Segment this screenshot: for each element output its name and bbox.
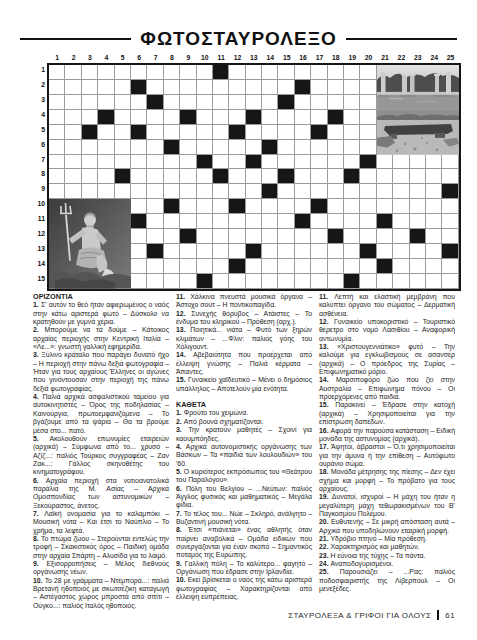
cell-r12-c7[interactable] [147, 229, 163, 244]
cell-r7-c18[interactable] [328, 155, 344, 170]
cell-r9-c8[interactable] [164, 184, 180, 199]
cell-r2-c11[interactable] [213, 80, 229, 95]
cell-r4-c8[interactable] [164, 110, 180, 125]
cell-r10-c9[interactable] [180, 199, 196, 214]
cell-r9-c22[interactable] [393, 184, 409, 199]
cell-r6-c4[interactable] [98, 140, 114, 155]
cell-r13-c22[interactable] [393, 244, 409, 259]
cell-r2-c17[interactable] [311, 80, 327, 95]
cell-r5-c4[interactable] [98, 125, 114, 140]
cell-r4-c17[interactable] [311, 110, 327, 125]
cell-r3-c14[interactable] [262, 95, 278, 110]
cell-r8-c16[interactable] [295, 169, 311, 184]
cell-r14-c9[interactable] [180, 259, 196, 274]
clue-text: Την κρατούν μαθητές – Σχοινί για καουμπό… [176, 426, 312, 441]
cell-r12-c21[interactable] [377, 229, 393, 244]
cell-r7-c22[interactable] [393, 155, 409, 170]
cell-r8-c20[interactable] [360, 169, 376, 184]
cell-r1-c10[interactable] [197, 65, 213, 80]
cell-r14-c7[interactable] [147, 259, 163, 274]
cell-r7-c14[interactable] [262, 155, 278, 170]
cell-r15-c8[interactable] [164, 274, 180, 289]
cell-r1-c6[interactable] [131, 65, 147, 80]
cell-r15-c17[interactable] [311, 274, 327, 289]
cell-r7-c23[interactable] [410, 155, 426, 170]
cell-r1-c5[interactable] [115, 65, 131, 80]
cell-r10-c24[interactable] [426, 199, 442, 214]
cell-r14-c23[interactable] [410, 259, 426, 274]
cell-r6-c3[interactable] [82, 140, 98, 155]
cell-r7-c21[interactable] [377, 155, 393, 170]
cell-r13-c15[interactable] [278, 244, 294, 259]
cell-r2-c8[interactable] [164, 80, 180, 95]
cell-r6-c2[interactable] [65, 140, 81, 155]
clue-text: Μονάδα μέτρησης της πίεσης – Δεν έχει σχ… [319, 468, 455, 492]
clue: 9. Εξισορροπήσεις – Μέλος διεθνούς οργάν… [33, 560, 169, 577]
cell-r3-c13[interactable] [246, 95, 262, 110]
cell-r15-c24[interactable] [426, 274, 442, 289]
cell-r11-c13[interactable] [246, 214, 262, 229]
cell-r2-c9[interactable] [180, 80, 196, 95]
cell-r8-c4[interactable] [98, 169, 114, 184]
cell-r2-c18[interactable] [328, 80, 344, 95]
clue-number: 21. [319, 535, 331, 542]
cell-r10-c21[interactable] [377, 199, 393, 214]
cell-r13-c11[interactable] [213, 244, 229, 259]
cell-r14-c11[interactable] [213, 259, 229, 274]
cell-r13-c16[interactable] [295, 244, 311, 259]
cell-r5-c20[interactable] [360, 125, 376, 140]
cell-r5-c16[interactable] [295, 125, 311, 140]
cell-r2-c3[interactable] [82, 80, 98, 95]
cell-r8-c2[interactable] [65, 169, 81, 184]
cell-r6-c16[interactable] [295, 140, 311, 155]
cell-r7-c1[interactable] [49, 155, 65, 170]
cell-r11-c8[interactable] [164, 214, 180, 229]
crossword-grid[interactable] [47, 63, 461, 291]
cell-r9-c20[interactable] [360, 184, 376, 199]
clue-number: 1. [33, 301, 41, 308]
cell-r10-c20[interactable] [360, 199, 376, 214]
cell-r9-c7[interactable] [147, 184, 163, 199]
cell-r1-c9[interactable] [180, 65, 196, 80]
cell-r14-c22[interactable] [393, 259, 409, 274]
cell-r6-c15[interactable] [278, 140, 294, 155]
cell-r3-c5[interactable] [115, 95, 131, 110]
cell-r11-c11[interactable] [213, 214, 229, 229]
cell-r2-c14[interactable] [262, 80, 278, 95]
cell-r2-c20[interactable] [360, 80, 376, 95]
cell-r12-c19[interactable] [344, 229, 360, 244]
cell-r1-c4[interactable] [98, 65, 114, 80]
cell-r7-c24[interactable] [426, 155, 442, 170]
cell-r1-c1[interactable] [49, 65, 65, 80]
cell-r15-c21[interactable] [377, 274, 393, 289]
cell-r4-c11[interactable] [213, 110, 229, 125]
cell-r13-c8[interactable] [164, 244, 180, 259]
cell-r12-c13[interactable] [246, 229, 262, 244]
cell-r15-c9[interactable] [180, 274, 196, 289]
cell-r12-c24[interactable] [426, 229, 442, 244]
cell-r2-c2[interactable] [65, 80, 81, 95]
cell-r1-c12[interactable] [229, 65, 245, 80]
cell-r6-c13[interactable] [246, 140, 262, 155]
cell-r15-c18[interactable] [328, 274, 344, 289]
cell-r9-c16[interactable] [295, 184, 311, 199]
cell-r12-c15[interactable] [278, 229, 294, 244]
cell-r13-c12[interactable] [229, 244, 245, 259]
cell-r9-c25 [442, 184, 458, 199]
cell-r10-c14[interactable] [262, 199, 278, 214]
cell-r7-c3[interactable] [82, 155, 98, 170]
cell-r11-c7[interactable] [147, 214, 163, 229]
cell-r9-c5[interactable] [115, 184, 131, 199]
cell-r14-c20[interactable] [360, 259, 376, 274]
cell-r4-c1[interactable] [49, 110, 65, 125]
cell-r3-c16[interactable] [295, 95, 311, 110]
cell-r13-c14[interactable] [262, 244, 278, 259]
cell-r4-c19[interactable] [344, 110, 360, 125]
cell-r3-c3[interactable] [82, 95, 98, 110]
cell-r8-c21[interactable] [377, 169, 393, 184]
cell-r5-c2[interactable] [65, 125, 81, 140]
cell-r15-c14[interactable] [262, 274, 278, 289]
cell-r15-c11[interactable] [213, 274, 229, 289]
cell-r12-c10[interactable] [197, 229, 213, 244]
cell-r3-c2[interactable] [65, 95, 81, 110]
cell-r7-c19[interactable] [344, 155, 360, 170]
cell-r7-c12[interactable] [229, 155, 245, 170]
cell-r6-c14 [262, 140, 278, 155]
cell-r12-c17[interactable] [311, 229, 327, 244]
cell-r9-c15[interactable] [278, 184, 294, 199]
cell-r9-c10[interactable] [197, 184, 213, 199]
cell-r11-c20[interactable] [360, 214, 376, 229]
cell-r13-c13 [246, 244, 262, 259]
cell-r9-c4[interactable] [98, 184, 114, 199]
cell-r5-c7[interactable] [147, 125, 163, 140]
cell-r2-c13[interactable] [246, 80, 262, 95]
cell-r6-c1[interactable] [49, 140, 65, 155]
cell-r14-c24[interactable] [426, 259, 442, 274]
cell-r6-c12[interactable] [229, 140, 245, 155]
cell-r9-c9[interactable] [180, 184, 196, 199]
cell-r7-c6[interactable] [131, 155, 147, 170]
cell-r15-c16[interactable] [295, 274, 311, 289]
cell-r1-c17[interactable] [311, 65, 327, 80]
cell-r3-c18[interactable] [328, 95, 344, 110]
cell-r2-c4[interactable] [98, 80, 114, 95]
cell-r4-c20[interactable] [360, 110, 376, 125]
cell-r6-c20[interactable] [360, 140, 376, 155]
cell-r4-c5[interactable] [115, 110, 131, 125]
cell-r10-c19[interactable] [344, 199, 360, 214]
cell-r11-c24[interactable] [426, 214, 442, 229]
cell-r5-c18[interactable] [328, 125, 344, 140]
cell-r8-c3[interactable] [82, 169, 98, 184]
cell-r11-c19[interactable] [344, 214, 360, 229]
clue: 12. Γυναικείο υποκοριστικό – Τουριστικό … [319, 318, 455, 343]
cell-r7-c11[interactable] [213, 155, 229, 170]
cell-r12-c6[interactable] [131, 229, 147, 244]
cell-r1-c8[interactable] [164, 65, 180, 80]
cell-r8-c10[interactable] [197, 169, 213, 184]
cell-r9-c2[interactable] [65, 184, 81, 199]
cell-r11-c17[interactable] [311, 214, 327, 229]
cell-r1-c15[interactable] [278, 65, 294, 80]
cell-r15-c23[interactable] [410, 274, 426, 289]
cell-r4-c14[interactable] [262, 110, 278, 125]
cell-r9-c21[interactable] [377, 184, 393, 199]
cell-r7-c9[interactable] [180, 155, 196, 170]
cell-r5-c10[interactable] [197, 125, 213, 140]
cell-r4-c15[interactable] [278, 110, 294, 125]
cell-r10-c23[interactable] [410, 199, 426, 214]
cell-r2-c12[interactable] [229, 80, 245, 95]
cell-r13-c9[interactable] [180, 244, 196, 259]
cell-r9-c13[interactable] [246, 184, 262, 199]
cell-r7-c17[interactable] [311, 155, 327, 170]
cell-r6-c10[interactable] [197, 140, 213, 155]
cell-r3-c4[interactable] [98, 95, 114, 110]
cell-r7-c5[interactable] [115, 155, 131, 170]
cell-r10-c10[interactable] [197, 199, 213, 214]
cell-r8-c14[interactable] [262, 169, 278, 184]
cell-r15-c7[interactable] [147, 274, 163, 289]
cell-r7-c16[interactable] [295, 155, 311, 170]
cell-r2-c10[interactable] [197, 80, 213, 95]
clue-number: 9. [176, 560, 185, 567]
cell-r12-c25[interactable] [442, 229, 458, 244]
cell-r15-c6[interactable] [131, 274, 147, 289]
cell-r6-c19[interactable] [344, 140, 360, 155]
cell-r7-c25[interactable] [442, 155, 458, 170]
cell-r6-c18[interactable] [328, 140, 344, 155]
cell-r13-c24[interactable] [426, 244, 442, 259]
cell-r1-c18[interactable] [328, 65, 344, 80]
cell-r11-c18[interactable] [328, 214, 344, 229]
cell-r7-c15[interactable] [278, 155, 294, 170]
cell-r10-c15[interactable] [278, 199, 294, 214]
cell-r1-c3[interactable] [82, 65, 98, 80]
cell-r3-c12[interactable] [229, 95, 245, 110]
cell-r10-c16[interactable] [295, 199, 311, 214]
cell-r5-c14[interactable] [262, 125, 278, 140]
cell-r8-c17[interactable] [311, 169, 327, 184]
crossword-area: 1234567891011121314151617181920212223242… [30, 53, 461, 291]
col-label-3: 3 [82, 53, 98, 63]
cell-r3-c10[interactable] [197, 95, 213, 110]
cell-r8-c24[interactable] [426, 169, 442, 184]
clue-text: Γυναικείο υποκοριστικό – Τουριστικό θέρε… [319, 318, 455, 342]
cell-r1-c14[interactable] [262, 65, 278, 80]
cell-r10-c13[interactable] [246, 199, 262, 214]
cell-r8-c22[interactable] [393, 169, 409, 184]
cell-r2-c1[interactable] [49, 80, 65, 95]
cell-r11-c14[interactable] [262, 214, 278, 229]
cell-r9-c6[interactable] [131, 184, 147, 199]
cell-r13-c10[interactable] [197, 244, 213, 259]
cell-r7-c7[interactable] [147, 155, 163, 170]
cell-r9-c12[interactable] [229, 184, 245, 199]
cell-r11-c23[interactable] [410, 214, 426, 229]
cell-r5-c9[interactable] [180, 125, 196, 140]
row-label-4: 4 [30, 108, 45, 123]
cell-r12-c11[interactable] [213, 229, 229, 244]
cell-r13-c18[interactable] [328, 244, 344, 259]
clue-number: 17. [319, 443, 331, 450]
cell-r15-c15[interactable] [278, 274, 294, 289]
cell-r15-c22[interactable] [393, 274, 409, 289]
clue-number: 7. [176, 510, 184, 517]
cell-r6-c5[interactable] [115, 140, 131, 155]
clue: 15. Παρακινεί – Έδρασε στην κατοχή (αρχι… [319, 401, 455, 426]
cell-r8-c13[interactable] [246, 169, 262, 184]
clue: 9. Γαλλική πόλη – Το καλύτερο... φαγητό … [176, 560, 312, 577]
cell-r14-c14[interactable] [262, 259, 278, 274]
cell-r14-c8[interactable] [164, 259, 180, 274]
cell-r4-c6[interactable] [131, 110, 147, 125]
cell-r11-c10[interactable] [197, 214, 213, 229]
cell-r10-c22[interactable] [393, 199, 409, 214]
cell-r11-c9[interactable] [180, 214, 196, 229]
cell-r14-c13[interactable] [246, 259, 262, 274]
clue: 18. Μονάδα μέτρησης της πίεσης – Δεν έχε… [319, 468, 455, 493]
cell-r10-c18[interactable] [328, 199, 344, 214]
cell-r9-c17[interactable] [311, 184, 327, 199]
cell-r5-c1[interactable] [49, 125, 65, 140]
cell-r1-c19[interactable] [344, 65, 360, 80]
cell-r4-c3[interactable] [82, 110, 98, 125]
cell-r3-c8[interactable] [164, 95, 180, 110]
cell-r5-c15[interactable] [278, 125, 294, 140]
cell-r7-c8[interactable] [164, 155, 180, 170]
cell-r6-c9[interactable] [180, 140, 196, 155]
cell-r9-c3[interactable] [82, 184, 98, 199]
cell-r12-c14[interactable] [262, 229, 278, 244]
cell-r15-c20[interactable] [360, 274, 376, 289]
cell-r14-c15[interactable] [278, 259, 294, 274]
cell-r5-c13[interactable] [246, 125, 262, 140]
cell-r9-c1[interactable] [49, 184, 65, 199]
cell-r8-c12[interactable] [229, 169, 245, 184]
cell-r13-c19[interactable] [344, 244, 360, 259]
cell-r2-c5[interactable] [115, 80, 131, 95]
cell-r4-c12[interactable] [229, 110, 245, 125]
cell-r12-c16[interactable] [295, 229, 311, 244]
cell-r14-c17[interactable] [311, 259, 327, 274]
cell-r15-c12[interactable] [229, 274, 245, 289]
cell-r1-c2[interactable] [65, 65, 81, 80]
cell-r13-c6[interactable] [131, 244, 147, 259]
cell-r10-c11[interactable] [213, 199, 229, 214]
cell-r7-c2[interactable] [65, 155, 81, 170]
cell-r8-c6[interactable] [131, 169, 147, 184]
cell-r6-c11[interactable] [213, 140, 229, 155]
cell-r3-c6[interactable] [131, 95, 147, 110]
cell-r3-c17[interactable] [311, 95, 327, 110]
cell-r9-c23[interactable] [410, 184, 426, 199]
cell-r9-c11[interactable] [213, 184, 229, 199]
cell-r8-c7[interactable] [147, 169, 163, 184]
cell-r14-c10[interactable] [197, 259, 213, 274]
cell-r13-c17[interactable] [311, 244, 327, 259]
cell-r6-c6[interactable] [131, 140, 147, 155]
cell-r4-c16[interactable] [295, 110, 311, 125]
cell-r9-c18[interactable] [328, 184, 344, 199]
cell-r8-c25[interactable] [442, 169, 458, 184]
cell-r5-c8[interactable] [164, 125, 180, 140]
clue-number: 9. [33, 560, 46, 567]
cell-r11-c15[interactable] [278, 214, 294, 229]
cell-r11-c25[interactable] [442, 214, 458, 229]
cell-r10-c7[interactable] [147, 199, 163, 214]
cell-r1-c7[interactable] [147, 65, 163, 80]
cell-r14-c18[interactable] [328, 259, 344, 274]
cell-r10-c6[interactable] [131, 199, 147, 214]
cell-r13-c23[interactable] [410, 244, 426, 259]
cell-r3-c20[interactable] [360, 95, 376, 110]
cell-r8-c1[interactable] [49, 169, 65, 184]
cell-r13-c21[interactable] [377, 244, 393, 259]
cell-r15-c25[interactable] [442, 274, 458, 289]
cell-r2-c19[interactable] [344, 80, 360, 95]
cell-r14-c6[interactable] [131, 259, 147, 274]
cell-r1-c16[interactable] [295, 65, 311, 80]
cell-r5-c5[interactable] [115, 125, 131, 140]
cell-r10-c25[interactable] [442, 199, 458, 214]
cell-r8-c18[interactable] [328, 169, 344, 184]
cell-r4-c7[interactable] [147, 110, 163, 125]
cell-r12-c8[interactable] [164, 229, 180, 244]
cell-r8-c8[interactable] [164, 169, 180, 184]
cell-r11-c12[interactable] [229, 214, 245, 229]
cell-r12-c20[interactable] [360, 229, 376, 244]
col-label-23: 23 [410, 53, 426, 63]
cell-r3-c11[interactable] [213, 95, 229, 110]
clue-number: 18. [319, 468, 331, 475]
cell-r15-c13[interactable] [246, 274, 262, 289]
cell-r9-c24[interactable] [426, 184, 442, 199]
cell-r3-c1[interactable] [49, 95, 65, 110]
clue: 4. Παλιά αρχικά ασφαλιστικού ταμείου για… [33, 393, 169, 435]
cell-r12-c22[interactable] [393, 229, 409, 244]
cell-r2-c15[interactable] [278, 80, 294, 95]
cell-r4-c2[interactable] [65, 110, 81, 125]
cell-r5-c11[interactable] [213, 125, 229, 140]
cell-r11-c22[interactable] [393, 214, 409, 229]
cell-r3-c19[interactable] [344, 95, 360, 110]
cell-r14-c19[interactable] [344, 259, 360, 274]
cell-r12-c12[interactable] [229, 229, 245, 244]
cell-r14-c25[interactable] [442, 259, 458, 274]
cell-r2-c7[interactable] [147, 80, 163, 95]
cell-r3-c9[interactable] [180, 95, 196, 110]
cell-r1-c20[interactable] [360, 65, 376, 80]
cell-r8-c9[interactable] [180, 169, 196, 184]
cell-r9-c19[interactable] [344, 184, 360, 199]
cell-r14-c16[interactable] [295, 259, 311, 274]
cell-r6-c7[interactable] [147, 140, 163, 155]
col-label-16: 16 [295, 53, 311, 63]
cell-r8-c23[interactable] [410, 169, 426, 184]
cell-r1-c13[interactable] [246, 65, 262, 80]
photo-stone-ruins [377, 110, 459, 155]
cell-r4-c10[interactable] [197, 110, 213, 125]
cell-r5-c19[interactable] [344, 125, 360, 140]
cell-r6-c17[interactable] [311, 140, 327, 155]
cell-r7-c4[interactable] [98, 155, 114, 170]
